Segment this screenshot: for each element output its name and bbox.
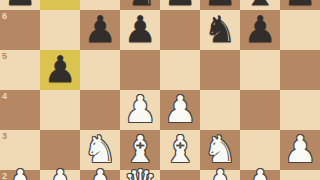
square-a4[interactable]: 4 (0, 90, 40, 130)
rank-label-5: 5 (2, 51, 7, 61)
square-h5[interactable] (280, 50, 320, 90)
piece-white-bishop-e3[interactable]: ♝ (160, 130, 200, 170)
piece-white-pawn-h3[interactable]: ♟ (280, 130, 320, 170)
piece-white-queen-d2[interactable]: ♛ (120, 164, 160, 180)
piece-white-pawn-c2[interactable]: ♟ (80, 164, 120, 180)
square-h3[interactable]: ♟ (280, 130, 320, 170)
piece-black-pawn-b5[interactable]: ♟ (40, 50, 80, 90)
piece-white-pawn-f2[interactable]: ♟ (200, 164, 240, 180)
square-g5[interactable] (240, 50, 280, 90)
square-b6[interactable] (40, 10, 80, 50)
square-g2[interactable]: ♟ (240, 170, 280, 180)
square-h2[interactable] (280, 170, 320, 180)
square-g4[interactable] (240, 90, 280, 130)
square-f4[interactable] (200, 90, 240, 130)
square-c4[interactable] (80, 90, 120, 130)
square-b4[interactable] (40, 90, 80, 130)
rank-label-6: 6 (2, 11, 7, 21)
square-c5[interactable] (80, 50, 120, 90)
piece-white-pawn-a2[interactable]: ♟ (0, 164, 40, 180)
square-c2[interactable]: ♟ (80, 170, 120, 180)
square-f6[interactable]: ♞ (200, 10, 240, 50)
square-e7[interactable]: ♟ (160, 0, 200, 10)
chessboard-screenshot: ♜♝♛♜♚♟♞♟♟♝♟6♟♟♞♟5♟4♟♟3♞♝♝♞♟2♟♟♟♛♟♟♜♚♜ (0, 0, 320, 180)
square-d2[interactable]: ♛ (120, 170, 160, 180)
square-d6[interactable]: ♟ (120, 10, 160, 50)
square-e5[interactable] (160, 50, 200, 90)
piece-black-knight-f6[interactable]: ♞ (200, 10, 240, 50)
square-b2[interactable]: ♟ (40, 170, 80, 180)
square-e4[interactable]: ♟ (160, 90, 200, 130)
piece-white-pawn-d4[interactable]: ♟ (120, 90, 160, 130)
square-b5[interactable]: ♟ (40, 50, 80, 90)
square-a7[interactable]: ♟ (0, 0, 40, 10)
square-f5[interactable] (200, 50, 240, 90)
square-d5[interactable] (120, 50, 160, 90)
square-a2[interactable]: 2♟ (0, 170, 40, 180)
square-h6[interactable] (280, 10, 320, 50)
square-a5[interactable]: 5 (0, 50, 40, 90)
square-g6[interactable]: ♟ (240, 10, 280, 50)
chess-board: ♜♝♛♜♚♟♞♟♟♝♟6♟♟♞♟5♟4♟♟3♞♝♝♞♟2♟♟♟♛♟♟♜♚♜ (0, 0, 320, 180)
square-d4[interactable]: ♟ (120, 90, 160, 130)
square-h7[interactable]: ♟ (280, 0, 320, 10)
square-e3[interactable]: ♝ (160, 130, 200, 170)
square-h4[interactable] (280, 90, 320, 130)
square-e6[interactable] (160, 10, 200, 50)
piece-black-pawn-g6[interactable]: ♟ (240, 10, 280, 50)
piece-black-pawn-d6[interactable]: ♟ (120, 10, 160, 50)
square-c6[interactable]: ♟ (80, 10, 120, 50)
rank-label-4: 4 (2, 91, 7, 101)
piece-black-pawn-c6[interactable]: ♟ (80, 10, 120, 50)
square-b7[interactable] (40, 0, 80, 10)
square-e2[interactable] (160, 170, 200, 180)
rank-label-3: 3 (2, 131, 7, 141)
piece-white-pawn-g2[interactable]: ♟ (240, 164, 280, 180)
piece-white-pawn-e4[interactable]: ♟ (160, 90, 200, 130)
square-a6[interactable]: 6 (0, 10, 40, 50)
square-f2[interactable]: ♟ (200, 170, 240, 180)
piece-white-pawn-b2[interactable]: ♟ (40, 164, 80, 180)
